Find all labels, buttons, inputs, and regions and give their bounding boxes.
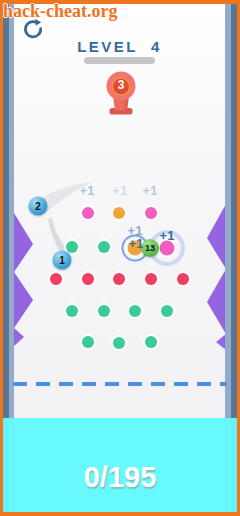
score-popup: +1	[80, 183, 95, 198]
score-popup: +1	[129, 236, 144, 251]
dot-red	[50, 273, 62, 285]
pin-count: 3	[103, 78, 139, 92]
game-screen: LEVEL 4 3 0/195 hack-cheat.org 2113+1+1+…	[0, 0, 240, 516]
dot-red	[113, 273, 125, 285]
score-popup: +1	[113, 183, 128, 198]
level-progress-bar	[84, 57, 155, 64]
dot-red	[82, 273, 94, 285]
dot-teal	[161, 305, 173, 317]
ball-13: 13	[141, 239, 159, 257]
dot-pink	[82, 207, 94, 219]
dot-teal	[113, 337, 125, 349]
score-counter: 0/195	[3, 461, 237, 494]
dashed-finish-line	[13, 382, 227, 386]
ball-1: 1	[53, 251, 72, 270]
dot-red	[145, 273, 157, 285]
dot-pink	[145, 207, 157, 219]
dot-red	[177, 273, 189, 285]
dot-teal	[98, 305, 110, 317]
dot-orange	[113, 207, 125, 219]
dot-teal	[82, 336, 94, 348]
dot-teal	[145, 336, 157, 348]
level-label: LEVEL 4	[14, 38, 225, 55]
score-popup: +1	[143, 183, 158, 198]
score-popup: +1	[160, 228, 175, 243]
ball-2: 2	[29, 197, 48, 216]
dot-teal	[66, 305, 78, 317]
dot-teal	[66, 241, 78, 253]
dot-teal	[129, 305, 141, 317]
watermark-text: hack-cheat.org	[3, 1, 117, 22]
frame-right	[237, 0, 240, 516]
dot-teal	[98, 241, 110, 253]
pin-bumper	[103, 70, 139, 116]
frame-left	[0, 0, 3, 516]
frame-bottom	[0, 512, 240, 516]
